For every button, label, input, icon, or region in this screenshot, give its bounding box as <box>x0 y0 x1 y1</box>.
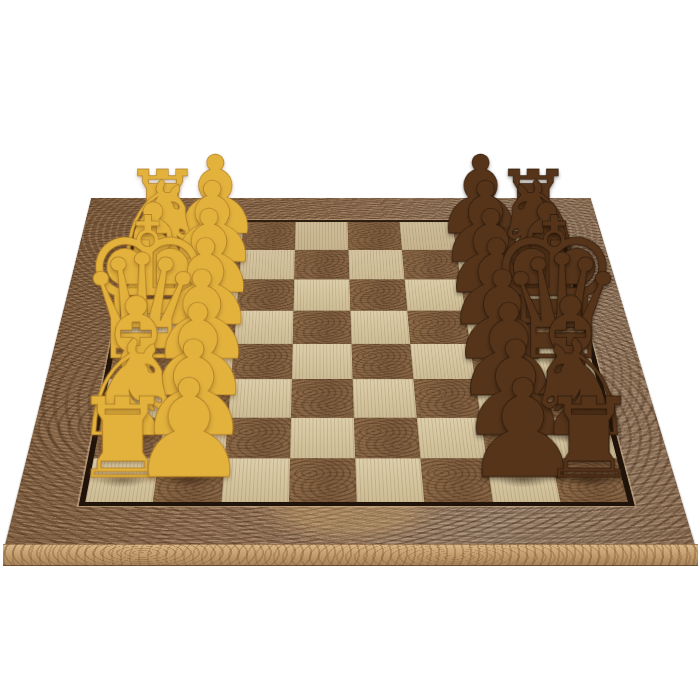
black-rook-glyph: ♜ <box>539 382 639 494</box>
square-f5 <box>349 279 407 310</box>
board-side-edge <box>3 544 698 566</box>
square-b4 <box>290 417 355 458</box>
square-e5 <box>350 310 410 343</box>
square-f4 <box>293 279 350 310</box>
square-b5 <box>354 417 421 458</box>
square-e4 <box>292 310 351 343</box>
square-h5 <box>347 222 402 250</box>
square-h4 <box>295 222 349 250</box>
chess-board: ♜♟♟♜♞♟♟♞♝♟♟♝♚♟♟♚♛♟♟♛♝♟♟♝♞♟♟♞♜♟♟♜ <box>5 198 695 545</box>
square-d5 <box>351 344 413 380</box>
square-g4 <box>294 250 349 279</box>
chess-set-product-photo: ♜♟♟♜♞♟♟♞♝♟♟♝♚♟♟♚♛♟♟♛♝♟♟♝♞♟♟♞♜♟♟♜ <box>0 0 700 700</box>
white-pawn-glyph: ♟ <box>128 361 250 498</box>
square-a5 <box>355 458 424 502</box>
square-c5 <box>353 379 417 417</box>
square-d4 <box>292 344 353 380</box>
square-g5 <box>348 250 404 279</box>
square-c4 <box>291 379 354 417</box>
square-a4 <box>289 458 357 502</box>
